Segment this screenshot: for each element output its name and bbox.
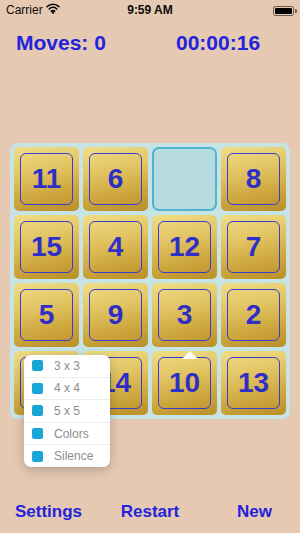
tile-number: 2 xyxy=(246,301,262,329)
tile-6[interactable]: 6 xyxy=(83,147,148,211)
tile-number: 12 xyxy=(169,233,200,261)
tile-number: 6 xyxy=(108,165,124,193)
tile-number: 10 xyxy=(169,369,200,397)
menu-item-label: 3 x 3 xyxy=(54,359,80,373)
blue-square-icon xyxy=(32,451,43,462)
tile-number: 5 xyxy=(39,301,55,329)
menu-item-3x3[interactable]: 3 x 3 xyxy=(24,355,110,377)
battery-cap xyxy=(295,9,297,13)
status-bar-time: 9:59 AM xyxy=(0,3,300,17)
tile-11[interactable]: 11 xyxy=(14,147,79,211)
tile-7[interactable]: 7 xyxy=(221,215,286,279)
tile-number: 15 xyxy=(31,233,62,261)
tile-number: 4 xyxy=(108,233,124,261)
menu-item-4x4[interactable]: 4 x 4 xyxy=(24,377,110,400)
blue-square-icon xyxy=(32,360,43,371)
tile-number: 8 xyxy=(246,165,262,193)
blue-square-icon xyxy=(32,405,43,416)
timer: 00:00:16 xyxy=(176,31,260,55)
status-bar: Carrier 9:59 AM xyxy=(0,0,300,20)
moves-counter: Moves: 0 xyxy=(16,31,106,55)
menu-item-5x5[interactable]: 5 x 5 xyxy=(24,399,110,422)
tile-3[interactable]: 3 xyxy=(152,283,217,347)
tile-number: 11 xyxy=(32,165,62,193)
tile-5[interactable]: 5 xyxy=(14,283,79,347)
blue-square-icon xyxy=(32,383,43,394)
tile-number: 7 xyxy=(246,233,262,261)
menu-item-label: 5 x 5 xyxy=(54,404,80,418)
new-button[interactable]: New xyxy=(237,502,272,522)
moves-label: Moves: xyxy=(16,31,88,54)
battery-icon xyxy=(273,6,294,16)
tile-13[interactable]: 13 xyxy=(221,351,286,415)
menu-item-colors[interactable]: Colors xyxy=(24,422,110,445)
empty-cell xyxy=(152,147,217,211)
tile-number: 9 xyxy=(108,301,124,329)
tile-8[interactable]: 8 xyxy=(221,147,286,211)
menu-item-label: Silence xyxy=(54,449,93,463)
tile-12[interactable]: 12 xyxy=(152,215,217,279)
tile-2[interactable]: 2 xyxy=(221,283,286,347)
menu-item-label: 4 x 4 xyxy=(54,381,80,395)
menu-item-label: Colors xyxy=(54,427,89,441)
popover-arrow xyxy=(182,351,198,359)
blue-square-icon xyxy=(32,428,43,439)
tile-number: 13 xyxy=(238,369,269,397)
restart-button[interactable]: Restart xyxy=(121,502,180,522)
tile-15[interactable]: 15 xyxy=(14,215,79,279)
moves-value: 0 xyxy=(94,31,106,54)
tile-4[interactable]: 4 xyxy=(83,215,148,279)
settings-button[interactable]: Settings xyxy=(15,502,82,522)
tile-number: 3 xyxy=(177,301,193,329)
tile-9[interactable]: 9 xyxy=(83,283,148,347)
options-popover: 3 x 3 4 x 4 5 x 5 Colors Silence xyxy=(24,355,110,467)
tile-10[interactable]: 10 xyxy=(152,351,217,415)
battery-fill xyxy=(275,8,292,14)
menu-item-silence[interactable]: Silence xyxy=(24,444,110,467)
